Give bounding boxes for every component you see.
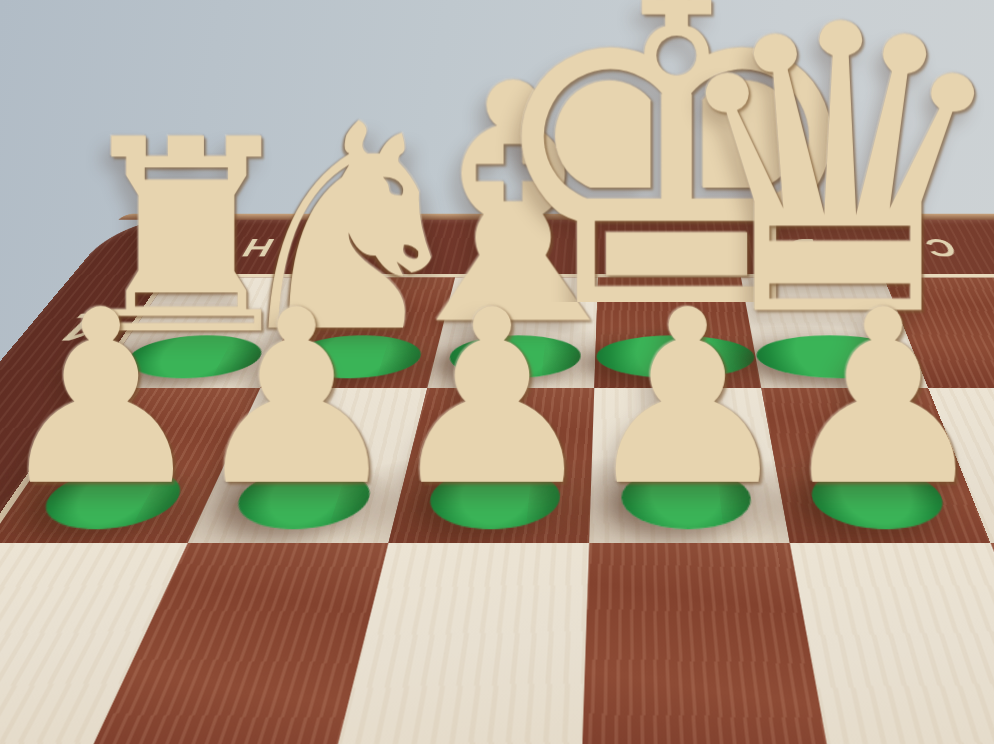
photo-scene: HEDC 1 8 ♜♞♝♚♛♟♟♟♟♟ [0, 0, 994, 744]
white-pawn[interactable]: ♟ [0, 279, 209, 520]
perspective-wrap: HEDC 1 8 ♜♞♝♚♛♟♟♟♟♟ [0, 0, 994, 744]
white-pawn[interactable]: ♟ [775, 279, 991, 520]
board-grid: ♜♞♝♚♛♟♟♟♟♟ [0, 278, 994, 744]
white-pawn[interactable]: ♟ [384, 279, 600, 520]
white-pawn[interactable]: ♟ [580, 279, 796, 520]
chess-board: HEDC 1 8 ♜♞♝♚♛♟♟♟♟♟ [0, 218, 994, 744]
square-d3[interactable] [790, 543, 994, 744]
white-pawn[interactable]: ♟ [189, 279, 405, 520]
square-d2[interactable]: ♟ [761, 388, 990, 543]
